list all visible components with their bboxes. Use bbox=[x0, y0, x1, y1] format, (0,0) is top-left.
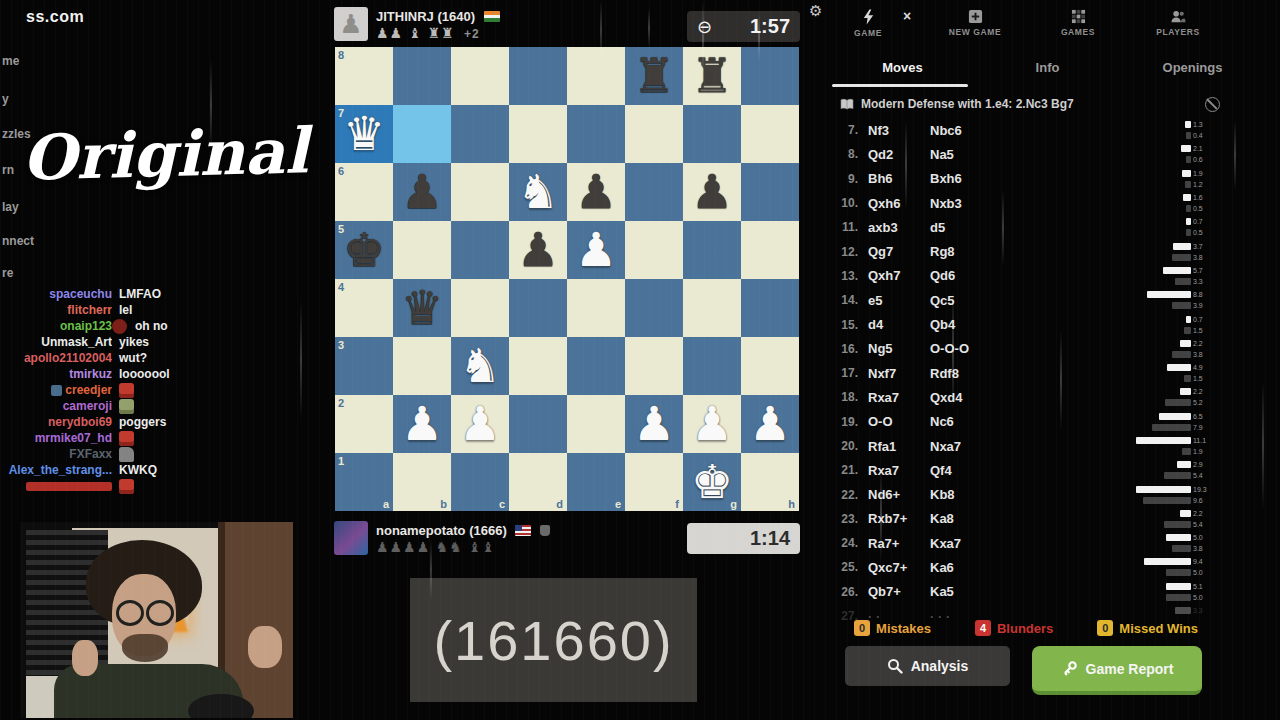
eval-value: 2.9 bbox=[1193, 461, 1212, 468]
rank-label: 1 bbox=[338, 455, 344, 467]
square-g6[interactable]: ♟ bbox=[683, 163, 741, 221]
black-rook-f8[interactable]: ♜ bbox=[625, 47, 683, 105]
square-g1[interactable]: g♚ bbox=[683, 453, 741, 511]
eval-value: 19.3 bbox=[1193, 486, 1212, 493]
square-h7[interactable] bbox=[741, 105, 799, 163]
eval-value: 5.0 bbox=[1193, 594, 1212, 601]
chat-username[interactable]: Alex_the_strang... bbox=[9, 463, 112, 477]
chat-username[interactable]: nerydboi69 bbox=[48, 415, 112, 429]
eval-bar bbox=[1177, 461, 1192, 468]
square-a3[interactable]: 3 bbox=[335, 337, 393, 395]
eval-value: 8.8 bbox=[1193, 291, 1212, 298]
square-f6[interactable] bbox=[625, 163, 683, 221]
summary-missed-wins[interactable]: 0Missed Wins bbox=[1097, 620, 1198, 636]
player-name-top[interactable]: JITHINRJ (1640) bbox=[376, 9, 500, 24]
chat-username[interactable]: apollo21102004 bbox=[24, 351, 112, 365]
square-b6[interactable]: ♟ bbox=[393, 163, 451, 221]
move-black[interactable]: Qc5 bbox=[930, 293, 1116, 308]
eval-bar bbox=[1173, 243, 1192, 250]
square-h2[interactable]: ♟ bbox=[741, 395, 799, 453]
eval-bar bbox=[1172, 351, 1191, 358]
game-report-button[interactable]: Game Report bbox=[1032, 646, 1202, 695]
white-queen-a7[interactable]: ♛ bbox=[335, 105, 393, 163]
white-pawn-c2[interactable]: ♟ bbox=[451, 395, 509, 453]
chat-message: flitcherrlel bbox=[0, 302, 250, 318]
move-white[interactable]: axb3 bbox=[868, 220, 930, 235]
move-black[interactable]: Qb4 bbox=[930, 317, 1116, 332]
square-e8[interactable] bbox=[567, 47, 625, 105]
eval-value: 3.8 bbox=[1193, 254, 1212, 261]
move-black[interactable]: Qxd4 bbox=[930, 390, 1116, 405]
square-e2[interactable] bbox=[567, 395, 625, 453]
eval-bar bbox=[1182, 170, 1192, 177]
move-white[interactable]: O-O bbox=[868, 414, 930, 429]
chat-username[interactable]: Unmask_Art bbox=[41, 335, 112, 349]
move-black[interactable]: Nbc6 bbox=[930, 123, 1116, 138]
move-black[interactable]: Na5 bbox=[930, 147, 1116, 162]
square-b1[interactable]: b bbox=[393, 453, 451, 511]
move-row: 19.O-ONc66.57.9 bbox=[832, 410, 1212, 434]
move-black[interactable]: Kb8 bbox=[930, 487, 1116, 502]
move-black[interactable]: Ka8 bbox=[930, 511, 1116, 526]
chat-text: oh no bbox=[135, 319, 168, 333]
eval-bars: 4.91.5 bbox=[1116, 362, 1212, 384]
nav-new-game[interactable]: NEW GAME bbox=[929, 9, 1021, 37]
summary-count-badge: 0 bbox=[1097, 620, 1113, 636]
square-c5[interactable] bbox=[451, 221, 509, 279]
eval-value: 3.7 bbox=[1193, 243, 1212, 250]
chat-message: apollo21102004wut? bbox=[0, 350, 250, 366]
eval-bars: 5.73.3 bbox=[1116, 265, 1212, 287]
sidebar-item-fragment[interactable]: rn bbox=[2, 163, 14, 177]
square-h4[interactable] bbox=[741, 279, 799, 337]
eval-bar bbox=[1144, 558, 1191, 565]
square-a1[interactable]: 1a bbox=[335, 453, 393, 511]
move-row: 16.Ng5O-O-O2.23.8 bbox=[832, 337, 1212, 361]
close-icon[interactable]: × bbox=[903, 8, 911, 24]
tab-info[interactable]: Info bbox=[975, 60, 1120, 75]
move-white[interactable]: Qd2 bbox=[868, 147, 930, 162]
move-row: 10.Qxh6Nxb31.60.5 bbox=[832, 191, 1212, 215]
move-black[interactable]: Nxb3 bbox=[930, 196, 1116, 211]
summary-mistakes[interactable]: 0Mistakes bbox=[854, 620, 931, 636]
square-b7[interactable] bbox=[393, 105, 451, 163]
eval-value: 9.6 bbox=[1193, 497, 1212, 504]
move-white[interactable]: e5 bbox=[868, 293, 930, 308]
game-summary: 0Mistakes4Blunders0Missed Wins bbox=[832, 620, 1220, 636]
move-white[interactable]: Rxa7 bbox=[868, 463, 930, 478]
chat-message: mrmike07_hd bbox=[0, 430, 250, 446]
square-e6[interactable]: ♟ bbox=[567, 163, 625, 221]
captured-pieces-top: ♟♟ ♝ ♜♜ +2 bbox=[376, 25, 480, 41]
move-row: 12.Qg7Rg83.73.8 bbox=[832, 239, 1212, 263]
eval-value: 5.4 bbox=[1193, 472, 1212, 479]
eval-bar bbox=[1186, 156, 1191, 163]
clock-top: ⊖ 1:57 bbox=[687, 11, 800, 42]
square-c1[interactable]: c bbox=[451, 453, 509, 511]
move-white[interactable]: Rxa7 bbox=[868, 390, 930, 405]
eval-bar bbox=[1175, 607, 1192, 614]
eval-value: 2.2 bbox=[1193, 510, 1212, 517]
eval-bar bbox=[1152, 424, 1192, 431]
chesscom-logo[interactable]: ss.com bbox=[26, 8, 84, 26]
eval-bars: 2.95.4 bbox=[1116, 459, 1212, 481]
green-emote-icon bbox=[119, 399, 134, 414]
move-black[interactable]: d5 bbox=[930, 220, 1116, 235]
square-a2[interactable]: 2 bbox=[335, 395, 393, 453]
move-white[interactable]: Nd6+ bbox=[868, 487, 930, 502]
move-black[interactable]: Rdf8 bbox=[930, 366, 1116, 381]
move-white[interactable]: Qxh7 bbox=[868, 268, 930, 283]
black-pawn-g6[interactable]: ♟ bbox=[683, 163, 741, 221]
chat-username[interactable]: cameroji bbox=[63, 399, 112, 413]
eval-value: 1.5 bbox=[1193, 327, 1212, 334]
players-icon bbox=[1170, 9, 1186, 24]
file-label: f bbox=[675, 498, 679, 510]
nav-label: GAME bbox=[822, 28, 914, 38]
square-d7[interactable] bbox=[509, 105, 567, 163]
square-g7[interactable] bbox=[683, 105, 741, 163]
white-king-g1[interactable]: ♚ bbox=[683, 453, 741, 511]
square-a8[interactable]: 8 bbox=[335, 47, 393, 105]
square-h8[interactable] bbox=[741, 47, 799, 105]
move-black[interactable]: Nxa7 bbox=[930, 439, 1116, 454]
sidebar-item-fragment[interactable]: me bbox=[2, 54, 19, 68]
eval-bar bbox=[1136, 486, 1191, 493]
chat-message: tmirkuzlooooool bbox=[0, 366, 250, 382]
video-artifact bbox=[1262, 380, 1264, 510]
game-report-label: Game Report bbox=[1086, 661, 1174, 677]
move-white[interactable]: Qg7 bbox=[868, 244, 930, 259]
square-e3[interactable] bbox=[567, 337, 625, 395]
move-white[interactable]: Bh6 bbox=[868, 171, 930, 186]
move-row: 20.Rfa1Nxa711.11.9 bbox=[832, 434, 1212, 458]
summary-label: Mistakes bbox=[876, 621, 931, 636]
move-row: 22.Nd6+Kb819.39.6 bbox=[832, 482, 1212, 506]
move-black[interactable]: Kxa7 bbox=[930, 536, 1116, 551]
eval-bars: 2.25.2 bbox=[1116, 386, 1212, 408]
square-d5[interactable]: ♟ bbox=[509, 221, 567, 279]
username: nonamepotato bbox=[376, 523, 466, 538]
move-number: 7. bbox=[832, 123, 858, 137]
nav-label: GAMES bbox=[1032, 27, 1124, 37]
square-f5[interactable] bbox=[625, 221, 683, 279]
black-pawn-d5[interactable]: ♟ bbox=[509, 221, 567, 279]
square-c8[interactable] bbox=[451, 47, 509, 105]
square-g4[interactable] bbox=[683, 279, 741, 337]
chat-message: onaip123oh no bbox=[0, 318, 250, 334]
move-white[interactable]: Qb7+ bbox=[868, 584, 930, 599]
eval-bar bbox=[1180, 510, 1191, 517]
chat-username[interactable]: creedjer bbox=[65, 383, 112, 397]
lightning-icon bbox=[861, 9, 876, 25]
chat-username[interactable]: FXFaxx bbox=[69, 447, 112, 461]
square-b3[interactable] bbox=[393, 337, 451, 395]
square-h1[interactable]: h bbox=[741, 453, 799, 511]
chat-username[interactable]: flitcherr bbox=[67, 303, 112, 317]
chat-text: lel bbox=[119, 303, 132, 317]
move-number: 8. bbox=[832, 147, 858, 161]
move-black[interactable]: Qf4 bbox=[930, 463, 1116, 478]
square-g3[interactable] bbox=[683, 337, 741, 395]
eval-bar bbox=[1166, 583, 1192, 590]
eval-value: 6.5 bbox=[1193, 413, 1212, 420]
chat-text: poggers bbox=[119, 415, 166, 429]
eval-bar bbox=[1184, 327, 1192, 334]
glasses-right-lens bbox=[146, 600, 174, 626]
square-d4[interactable] bbox=[509, 279, 567, 337]
eval-bars: 11.11.9 bbox=[1116, 435, 1212, 457]
square-c2[interactable]: ♟ bbox=[451, 395, 509, 453]
square-d3[interactable] bbox=[509, 337, 567, 395]
chat-username[interactable]: spaceuchu bbox=[49, 287, 112, 301]
square-d1[interactable]: d bbox=[509, 453, 567, 511]
black-pawn-e6[interactable]: ♟ bbox=[567, 163, 625, 221]
eval-bars: 8.83.9 bbox=[1116, 289, 1212, 311]
square-f7[interactable] bbox=[625, 105, 683, 163]
square-d6[interactable]: ♞ bbox=[509, 163, 567, 221]
sidebar-item-fragment[interactable]: re bbox=[2, 266, 13, 280]
move-black[interactable]: Nc6 bbox=[930, 414, 1116, 429]
square-h5[interactable] bbox=[741, 221, 799, 279]
rank-label: 3 bbox=[338, 339, 344, 351]
eval-value: 2.2 bbox=[1193, 340, 1212, 347]
eval-bar bbox=[1163, 267, 1192, 274]
eval-bar bbox=[1186, 205, 1191, 212]
book-icon bbox=[840, 98, 854, 111]
chat-message: Unmask_Artyikes bbox=[0, 334, 250, 350]
no-increment-icon: ⊖ bbox=[687, 16, 712, 37]
square-h6[interactable] bbox=[741, 163, 799, 221]
move-number: 10. bbox=[832, 196, 858, 210]
move-row: 8.Qd2Na52.10.6 bbox=[832, 142, 1212, 166]
move-black[interactable]: Ka6 bbox=[930, 560, 1116, 575]
square-b8[interactable] bbox=[393, 47, 451, 105]
eval-bar bbox=[1164, 521, 1191, 528]
rating: (1640) bbox=[437, 9, 475, 24]
move-row: 25.Qxc7+Ka69.45.0 bbox=[832, 555, 1212, 579]
white-pawn-b2[interactable]: ♟ bbox=[393, 395, 451, 453]
file-label: e bbox=[615, 498, 621, 510]
move-black[interactable]: O-O-O bbox=[930, 341, 1116, 356]
move-white[interactable]: Rxb7+ bbox=[868, 511, 930, 526]
move-white[interactable]: Nxf7 bbox=[868, 366, 930, 381]
square-f8[interactable]: ♜ bbox=[625, 47, 683, 105]
move-white[interactable]: Qxh6 bbox=[868, 196, 930, 211]
eval-value: 1.6 bbox=[1193, 194, 1212, 201]
square-b2[interactable]: ♟ bbox=[393, 395, 451, 453]
nav-label: NEW GAME bbox=[929, 27, 1021, 37]
black-rook-g8[interactable]: ♜ bbox=[683, 47, 741, 105]
square-e1[interactable]: e bbox=[567, 453, 625, 511]
square-e7[interactable] bbox=[567, 105, 625, 163]
move-row: 15.d4Qb40.71.5 bbox=[832, 312, 1212, 336]
white-pawn-e5[interactable]: ♟ bbox=[567, 221, 625, 279]
eval-bars: 3.73.8 bbox=[1116, 241, 1212, 263]
chat-text: KWKQ bbox=[119, 463, 157, 477]
chat-text: yikes bbox=[119, 335, 149, 349]
eval-bar bbox=[1181, 145, 1192, 152]
eval-bars: 5.03.8 bbox=[1116, 532, 1212, 554]
move-white[interactable]: Rfa1 bbox=[868, 439, 930, 454]
nav-players[interactable]: PLAYERS bbox=[1132, 9, 1224, 37]
move-white[interactable]: Ng5 bbox=[868, 341, 930, 356]
eval-value: 0.5 bbox=[1193, 229, 1212, 236]
darkred-circle-emote-icon bbox=[112, 319, 127, 334]
video-artifact bbox=[300, 300, 302, 420]
eval-bar bbox=[1183, 194, 1191, 201]
eval-value: 1.9 bbox=[1193, 170, 1212, 177]
eval-value: 3.9 bbox=[1193, 302, 1212, 309]
file-label: d bbox=[556, 498, 563, 510]
eval-bars: 1.60.5 bbox=[1116, 192, 1212, 214]
square-f3[interactable] bbox=[625, 337, 683, 395]
nav-game[interactable]: GAME bbox=[822, 9, 914, 38]
eval-bar bbox=[1186, 218, 1191, 225]
move-white[interactable]: Ra7+ bbox=[868, 536, 930, 551]
white-pawn-g2[interactable]: ♟ bbox=[683, 395, 741, 453]
eval-bar bbox=[1166, 569, 1191, 576]
rank-label: 8 bbox=[338, 49, 344, 61]
eval-bar bbox=[1186, 132, 1191, 139]
move-white[interactable]: Qxc7+ bbox=[868, 560, 930, 575]
move-black[interactable]: Rg8 bbox=[930, 244, 1116, 259]
no-symbol-icon[interactable] bbox=[1205, 97, 1220, 112]
chat-text: looooool bbox=[119, 367, 170, 381]
opening-header[interactable]: Modern Defense with 1.e4: 2.Nc3 Bg7 bbox=[840, 95, 1220, 113]
chat-username[interactable]: mrmike07_hd bbox=[35, 431, 112, 445]
tab-openings[interactable]: Openings bbox=[1120, 60, 1265, 75]
chat-message: spaceuchuLMFAO bbox=[0, 286, 250, 302]
square-f1[interactable]: f bbox=[625, 453, 683, 511]
nav-games[interactable]: GAMES bbox=[1032, 9, 1124, 37]
move-number: 9. bbox=[832, 172, 858, 186]
move-number: 26. bbox=[832, 585, 858, 599]
active-tab-underline bbox=[832, 84, 968, 87]
eval-bars: 1.30.4 bbox=[1116, 119, 1212, 141]
move-black[interactable]: Qd6 bbox=[930, 268, 1116, 283]
sidebar-item-fragment[interactable]: y bbox=[2, 92, 9, 106]
white-pawn-h2[interactable]: ♟ bbox=[741, 395, 799, 453]
white-pawn-f2[interactable]: ♟ bbox=[625, 395, 683, 453]
move-row: 17.Nxf7Rdf84.91.5 bbox=[832, 361, 1212, 385]
square-a6[interactable]: 6 bbox=[335, 163, 393, 221]
settings-gear-icon[interactable]: ⚙ bbox=[809, 2, 822, 20]
square-c6[interactable] bbox=[451, 163, 509, 221]
eval-value: 2.2 bbox=[1193, 388, 1212, 395]
black-queen-b4[interactable]: ♛ bbox=[393, 279, 451, 337]
square-e4[interactable] bbox=[567, 279, 625, 337]
membership-badge-icon bbox=[540, 525, 550, 536]
square-c4[interactable] bbox=[451, 279, 509, 337]
square-d2[interactable] bbox=[509, 395, 567, 453]
move-row: 21.Rxa7Qf42.95.4 bbox=[832, 458, 1212, 482]
square-a4[interactable]: 4 bbox=[335, 279, 393, 337]
sidebar-item-fragment[interactable]: nnect bbox=[2, 234, 34, 248]
move-row: 23.Rxb7+Ka82.25.4 bbox=[832, 507, 1212, 531]
summary-blunders[interactable]: 4Blunders bbox=[975, 620, 1053, 636]
eval-value: 5.4 bbox=[1193, 521, 1212, 528]
file-label: a bbox=[383, 498, 389, 510]
square-g2[interactable]: ♟ bbox=[683, 395, 741, 453]
sidebar-item-fragment[interactable]: lay bbox=[2, 200, 19, 214]
square-d8[interactable] bbox=[509, 47, 567, 105]
square-f4[interactable] bbox=[625, 279, 683, 337]
tab-moves[interactable]: Moves bbox=[830, 60, 975, 75]
eval-bar bbox=[1166, 534, 1191, 541]
rank-label: 2 bbox=[338, 397, 344, 409]
square-a5[interactable]: 5♚ bbox=[335, 221, 393, 279]
player-name-bottom[interactable]: nonamepotato (1666) bbox=[376, 523, 550, 538]
eval-bars: 19.39.6 bbox=[1116, 484, 1212, 506]
square-a7[interactable]: 7♛ bbox=[335, 105, 393, 163]
square-b5[interactable] bbox=[393, 221, 451, 279]
analysis-button[interactable]: Analysis bbox=[845, 646, 1010, 686]
eval-value: 5.0 bbox=[1193, 534, 1212, 541]
move-black[interactable]: Bxh6 bbox=[930, 171, 1116, 186]
eval-bar bbox=[1175, 278, 1192, 285]
summary-count-badge: 0 bbox=[854, 620, 870, 636]
eval-bar bbox=[1186, 316, 1191, 323]
stream-screenshot: ss.com meyzzlesrnlaynnectre Original spa… bbox=[0, 0, 1280, 720]
chat-username[interactable]: onaip123 bbox=[60, 319, 112, 333]
captured-pieces-bottom: ♟♟♟♟ ♞♞ ♝♝ bbox=[376, 539, 495, 555]
avatar[interactable]: ♟ bbox=[334, 7, 368, 41]
move-row: 9.Bh6Bxh61.91.2 bbox=[832, 167, 1212, 191]
eval-bar bbox=[1180, 340, 1191, 347]
square-g8[interactable]: ♜ bbox=[683, 47, 741, 105]
summary-label: Blunders bbox=[997, 621, 1053, 636]
eval-value: 5.2 bbox=[1193, 399, 1212, 406]
square-c7[interactable] bbox=[451, 105, 509, 163]
square-e5[interactable]: ♟ bbox=[567, 221, 625, 279]
viewer-counter-overlay: (161660) bbox=[410, 578, 697, 702]
clock-bottom: 1:14 bbox=[687, 523, 800, 554]
white-knight-c3[interactable]: ♞ bbox=[451, 337, 509, 395]
square-h3[interactable] bbox=[741, 337, 799, 395]
move-row: 26.Qb7+Ka55.15.0 bbox=[832, 580, 1212, 604]
eval-bar bbox=[1186, 229, 1191, 236]
move-black[interactable]: Ka5 bbox=[930, 584, 1116, 599]
key-icon bbox=[1061, 660, 1078, 677]
move-number: 17. bbox=[832, 366, 858, 380]
white-knight-d6[interactable]: ♞ bbox=[509, 163, 567, 221]
square-c3[interactable]: ♞ bbox=[451, 337, 509, 395]
move-white[interactable]: Nf3 bbox=[868, 123, 930, 138]
move-number: 23. bbox=[832, 512, 858, 526]
black-king-a5[interactable]: ♚ bbox=[335, 221, 393, 279]
square-g5[interactable] bbox=[683, 221, 741, 279]
chat-message: creedjer bbox=[0, 382, 250, 398]
avatar[interactable] bbox=[334, 521, 368, 555]
eval-value: 1.2 bbox=[1193, 181, 1212, 188]
move-number: 14. bbox=[832, 293, 858, 307]
captured-glyphs: ♟♟♟♟ ♞♞ ♝♝ bbox=[376, 539, 495, 555]
chat-username[interactable]: tmirkuz bbox=[69, 367, 112, 381]
eval-value: 9.4 bbox=[1193, 558, 1212, 565]
eval-value: 0.4 bbox=[1193, 132, 1212, 139]
file-label: h bbox=[788, 498, 795, 510]
action-buttons: Analysis Game Report bbox=[845, 646, 1205, 695]
move-white[interactable]: d4 bbox=[868, 317, 930, 332]
eval-bar bbox=[1165, 399, 1191, 406]
black-pawn-b6[interactable]: ♟ bbox=[393, 163, 451, 221]
square-b4[interactable]: ♛ bbox=[393, 279, 451, 337]
chat-text: wut? bbox=[119, 351, 147, 365]
rank-label: 6 bbox=[338, 165, 344, 177]
square-f2[interactable]: ♟ bbox=[625, 395, 683, 453]
eval-bar bbox=[1159, 413, 1192, 420]
